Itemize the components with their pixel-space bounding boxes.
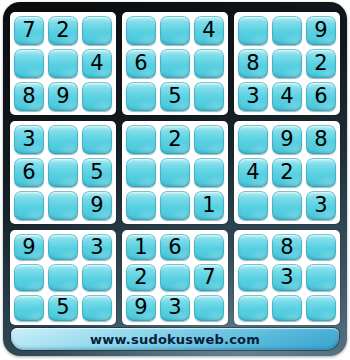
- footer-bar: www.sudokusweb.com: [11, 328, 339, 350]
- cell-r7c4[interactable]: 1: [126, 234, 156, 260]
- cell-r4c7[interactable]: [238, 125, 268, 154]
- cell-r7c3[interactable]: 3: [82, 234, 112, 260]
- cell-r9c8[interactable]: [272, 295, 302, 321]
- cell-r3c6[interactable]: [194, 82, 224, 111]
- cell-r1c3[interactable]: [82, 16, 112, 45]
- box-r2c2: 21: [122, 121, 228, 224]
- cell-r3c2[interactable]: 9: [48, 82, 78, 111]
- cell-r3c5[interactable]: 5: [160, 82, 190, 111]
- cell-r6c9[interactable]: 3: [306, 191, 336, 220]
- cell-r2c4[interactable]: 6: [126, 49, 156, 78]
- cell-r4c3[interactable]: [82, 125, 112, 154]
- board-frame: 724894659823463659219842393516279383 www…: [3, 2, 347, 356]
- cell-r6c7[interactable]: [238, 191, 268, 220]
- box-r3c3: 83: [234, 230, 340, 325]
- cell-r8c8[interactable]: 3: [272, 264, 302, 290]
- cell-r9c5[interactable]: 3: [160, 295, 190, 321]
- cell-r2c5[interactable]: [160, 49, 190, 78]
- cell-r5c5[interactable]: [160, 158, 190, 187]
- cell-r4c9[interactable]: 8: [306, 125, 336, 154]
- cell-r1c1[interactable]: 7: [14, 16, 44, 45]
- box-r1c3: 982346: [234, 12, 340, 115]
- cell-r2c7[interactable]: 8: [238, 49, 268, 78]
- cell-r6c5[interactable]: [160, 191, 190, 220]
- cell-r2c2[interactable]: [48, 49, 78, 78]
- box-r1c1: 72489: [10, 12, 116, 115]
- cell-r9c9[interactable]: [306, 295, 336, 321]
- cell-r7c8[interactable]: 8: [272, 234, 302, 260]
- box-r2c3: 98423: [234, 121, 340, 224]
- page: 724894659823463659219842393516279383 www…: [0, 0, 350, 360]
- cell-r2c9[interactable]: 2: [306, 49, 336, 78]
- cell-r7c6[interactable]: [194, 234, 224, 260]
- box-r2c1: 3659: [10, 121, 116, 224]
- cell-r2c8[interactable]: [272, 49, 302, 78]
- cell-r4c1[interactable]: 3: [14, 125, 44, 154]
- cell-r2c6[interactable]: [194, 49, 224, 78]
- cell-r1c9[interactable]: 9: [306, 16, 336, 45]
- cell-r8c4[interactable]: 2: [126, 264, 156, 290]
- cell-r5c1[interactable]: 6: [14, 158, 44, 187]
- cell-r5c7[interactable]: 4: [238, 158, 268, 187]
- cell-r5c9[interactable]: [306, 158, 336, 187]
- cell-r9c7[interactable]: [238, 295, 268, 321]
- cell-r3c1[interactable]: 8: [14, 82, 44, 111]
- cell-r9c4[interactable]: 9: [126, 295, 156, 321]
- cell-r3c9[interactable]: 6: [306, 82, 336, 111]
- cell-r1c5[interactable]: [160, 16, 190, 45]
- cell-r7c5[interactable]: 6: [160, 234, 190, 260]
- cell-r9c2[interactable]: 5: [48, 295, 78, 321]
- cell-r6c4[interactable]: [126, 191, 156, 220]
- cell-r4c4[interactable]: [126, 125, 156, 154]
- cell-r6c8[interactable]: [272, 191, 302, 220]
- cell-r4c6[interactable]: [194, 125, 224, 154]
- cell-r1c6[interactable]: 4: [194, 16, 224, 45]
- cell-r9c6[interactable]: [194, 295, 224, 321]
- cell-r8c9[interactable]: [306, 264, 336, 290]
- cell-r8c7[interactable]: [238, 264, 268, 290]
- cell-r5c3[interactable]: 5: [82, 158, 112, 187]
- cell-r8c3[interactable]: [82, 264, 112, 290]
- sudoku-board: 724894659823463659219842393516279383: [10, 12, 340, 325]
- cell-r5c6[interactable]: [194, 158, 224, 187]
- cell-r9c1[interactable]: [14, 295, 44, 321]
- cell-r7c1[interactable]: 9: [14, 234, 44, 260]
- cell-r4c8[interactable]: 9: [272, 125, 302, 154]
- cell-r8c6[interactable]: 7: [194, 264, 224, 290]
- cell-r8c5[interactable]: [160, 264, 190, 290]
- box-r1c2: 465: [122, 12, 228, 115]
- cell-r6c2[interactable]: [48, 191, 78, 220]
- box-r3c2: 162793: [122, 230, 228, 325]
- cell-r9c3[interactable]: [82, 295, 112, 321]
- cell-r7c2[interactable]: [48, 234, 78, 260]
- cell-r8c1[interactable]: [14, 264, 44, 290]
- cell-r2c3[interactable]: 4: [82, 49, 112, 78]
- website-url: www.sudokusweb.com: [90, 332, 260, 347]
- cell-r3c7[interactable]: 3: [238, 82, 268, 111]
- cell-r2c1[interactable]: [14, 49, 44, 78]
- cell-r4c2[interactable]: [48, 125, 78, 154]
- cell-r4c5[interactable]: 2: [160, 125, 190, 154]
- cell-r1c7[interactable]: [238, 16, 268, 45]
- cell-r1c4[interactable]: [126, 16, 156, 45]
- cell-r1c2[interactable]: 2: [48, 16, 78, 45]
- cell-r3c8[interactable]: 4: [272, 82, 302, 111]
- cell-r5c8[interactable]: 2: [272, 158, 302, 187]
- cell-r7c7[interactable]: [238, 234, 268, 260]
- cell-r5c4[interactable]: [126, 158, 156, 187]
- cell-r6c6[interactable]: 1: [194, 191, 224, 220]
- cell-r6c3[interactable]: 9: [82, 191, 112, 220]
- cell-r6c1[interactable]: [14, 191, 44, 220]
- cell-r5c2[interactable]: [48, 158, 78, 187]
- cell-r1c8[interactable]: [272, 16, 302, 45]
- cell-r7c9[interactable]: [306, 234, 336, 260]
- cell-r3c4[interactable]: [126, 82, 156, 111]
- box-r3c1: 935: [10, 230, 116, 325]
- cell-r3c3[interactable]: [82, 82, 112, 111]
- cell-r8c2[interactable]: [48, 264, 78, 290]
